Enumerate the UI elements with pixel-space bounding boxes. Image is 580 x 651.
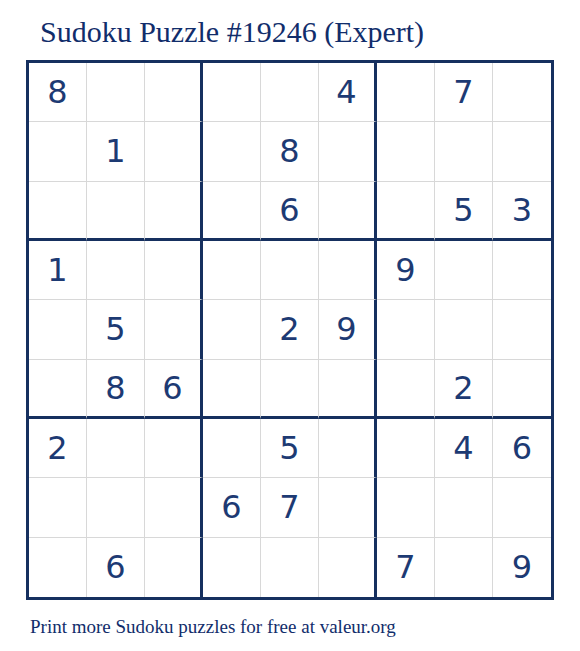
cell-r4c3[interactable] bbox=[145, 241, 203, 300]
cell-r5c2[interactable]: 5 bbox=[87, 300, 145, 359]
cell-r2c1[interactable] bbox=[29, 122, 87, 181]
cell-r6c5[interactable] bbox=[261, 360, 319, 419]
cell-r7c6[interactable] bbox=[319, 419, 377, 478]
cell-r2c6[interactable] bbox=[319, 122, 377, 181]
cell-r8c5[interactable]: 7 bbox=[261, 478, 319, 537]
cell-r6c6[interactable] bbox=[319, 360, 377, 419]
cell-r9c8[interactable] bbox=[435, 538, 493, 597]
cell-r5c4[interactable] bbox=[203, 300, 261, 359]
cell-r7c5[interactable]: 5 bbox=[261, 419, 319, 478]
cell-r3c2[interactable] bbox=[87, 182, 145, 241]
cell-r6c3[interactable]: 6 bbox=[145, 360, 203, 419]
cell-r7c2[interactable] bbox=[87, 419, 145, 478]
cell-r9c5[interactable] bbox=[261, 538, 319, 597]
footer-text: Print more Sudoku puzzles for free at va… bbox=[30, 615, 396, 639]
cell-r5c3[interactable] bbox=[145, 300, 203, 359]
cell-r9c2[interactable]: 6 bbox=[87, 538, 145, 597]
cell-r4c6[interactable] bbox=[319, 241, 377, 300]
cell-r2c9[interactable] bbox=[493, 122, 551, 181]
cell-r2c4[interactable] bbox=[203, 122, 261, 181]
cell-r1c7[interactable] bbox=[377, 63, 435, 122]
cell-r9c4[interactable] bbox=[203, 538, 261, 597]
cell-r6c9[interactable] bbox=[493, 360, 551, 419]
cell-r5c9[interactable] bbox=[493, 300, 551, 359]
cell-r5c8[interactable] bbox=[435, 300, 493, 359]
cell-r4c2[interactable] bbox=[87, 241, 145, 300]
cell-r3c4[interactable] bbox=[203, 182, 261, 241]
cell-r2c5[interactable]: 8 bbox=[261, 122, 319, 181]
cell-r8c9[interactable] bbox=[493, 478, 551, 537]
cell-r1c2[interactable] bbox=[87, 63, 145, 122]
cell-r6c1[interactable] bbox=[29, 360, 87, 419]
sudoku-page: Sudoku Puzzle #19246 (Expert) 8471865319… bbox=[0, 0, 580, 651]
cell-r1c1[interactable]: 8 bbox=[29, 63, 87, 122]
cell-r1c4[interactable] bbox=[203, 63, 261, 122]
cell-r1c3[interactable] bbox=[145, 63, 203, 122]
cell-r8c2[interactable] bbox=[87, 478, 145, 537]
cell-r7c3[interactable] bbox=[145, 419, 203, 478]
cell-r3c8[interactable]: 5 bbox=[435, 182, 493, 241]
cell-r8c6[interactable] bbox=[319, 478, 377, 537]
cell-r3c1[interactable] bbox=[29, 182, 87, 241]
cell-r4c1[interactable]: 1 bbox=[29, 241, 87, 300]
cell-r3c3[interactable] bbox=[145, 182, 203, 241]
cell-r2c8[interactable] bbox=[435, 122, 493, 181]
cell-r5c6[interactable]: 9 bbox=[319, 300, 377, 359]
cell-r2c7[interactable] bbox=[377, 122, 435, 181]
cell-r6c8[interactable]: 2 bbox=[435, 360, 493, 419]
cell-r9c7[interactable]: 7 bbox=[377, 538, 435, 597]
cell-r4c8[interactable] bbox=[435, 241, 493, 300]
cell-r5c7[interactable] bbox=[377, 300, 435, 359]
cell-r1c9[interactable] bbox=[493, 63, 551, 122]
cell-r3c6[interactable] bbox=[319, 182, 377, 241]
cell-r7c4[interactable] bbox=[203, 419, 261, 478]
page-title: Sudoku Puzzle #19246 (Expert) bbox=[40, 14, 424, 50]
cell-r8c3[interactable] bbox=[145, 478, 203, 537]
cell-r5c5[interactable]: 2 bbox=[261, 300, 319, 359]
cell-r7c1[interactable]: 2 bbox=[29, 419, 87, 478]
cell-r3c5[interactable]: 6 bbox=[261, 182, 319, 241]
cell-r3c9[interactable]: 3 bbox=[493, 182, 551, 241]
cell-r9c9[interactable]: 9 bbox=[493, 538, 551, 597]
cell-r2c2[interactable]: 1 bbox=[87, 122, 145, 181]
cell-r8c1[interactable] bbox=[29, 478, 87, 537]
cell-r4c5[interactable] bbox=[261, 241, 319, 300]
cell-r5c1[interactable] bbox=[29, 300, 87, 359]
cell-r6c4[interactable] bbox=[203, 360, 261, 419]
cell-r4c9[interactable] bbox=[493, 241, 551, 300]
cell-r4c7[interactable]: 9 bbox=[377, 241, 435, 300]
cell-r6c2[interactable]: 8 bbox=[87, 360, 145, 419]
cell-r8c4[interactable]: 6 bbox=[203, 478, 261, 537]
cell-r9c1[interactable] bbox=[29, 538, 87, 597]
cell-r4c4[interactable] bbox=[203, 241, 261, 300]
cell-r1c5[interactable] bbox=[261, 63, 319, 122]
cell-r7c8[interactable]: 4 bbox=[435, 419, 493, 478]
cell-r8c8[interactable] bbox=[435, 478, 493, 537]
cell-r7c9[interactable]: 6 bbox=[493, 419, 551, 478]
cell-r1c8[interactable]: 7 bbox=[435, 63, 493, 122]
cell-r9c3[interactable] bbox=[145, 538, 203, 597]
cell-r9c6[interactable] bbox=[319, 538, 377, 597]
cell-r2c3[interactable] bbox=[145, 122, 203, 181]
cell-r8c7[interactable] bbox=[377, 478, 435, 537]
cell-r6c7[interactable] bbox=[377, 360, 435, 419]
cell-r7c7[interactable] bbox=[377, 419, 435, 478]
cell-r3c7[interactable] bbox=[377, 182, 435, 241]
sudoku-grid: 8471865319529862254667679 bbox=[26, 60, 554, 600]
cell-r1c6[interactable]: 4 bbox=[319, 63, 377, 122]
